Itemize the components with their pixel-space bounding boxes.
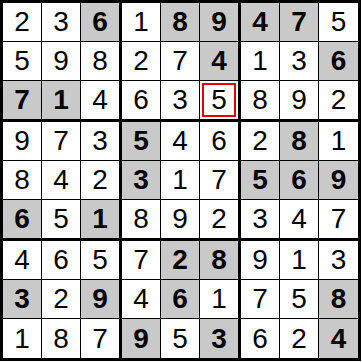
cell-r3c4[interactable]: 6 (122, 81, 161, 122)
cell-r7c6[interactable]: 8 (200, 241, 241, 280)
cell-r2c2[interactable]: 9 (42, 42, 81, 81)
cell-r7c5[interactable]: 2 (161, 241, 200, 280)
cell-r9c6[interactable]: 3 (200, 319, 241, 358)
cell-r8c6[interactable]: 1 (200, 280, 241, 319)
cell-r7c8[interactable]: 1 (280, 241, 319, 280)
cell-r4c2[interactable]: 7 (42, 122, 81, 161)
cell-r6c4[interactable]: 8 (122, 200, 161, 241)
cell-r2c5[interactable]: 7 (161, 42, 200, 81)
cell-r9c4[interactable]: 9 (122, 319, 161, 358)
cell-r7c3[interactable]: 5 (81, 241, 122, 280)
cell-r4c3[interactable]: 3 (81, 122, 122, 161)
cell-r7c4[interactable]: 7 (122, 241, 161, 280)
cell-r5c7[interactable]: 5 (241, 161, 280, 200)
cell-r7c7[interactable]: 9 (241, 241, 280, 280)
cell-r9c2[interactable]: 8 (42, 319, 81, 358)
cell-r6c2[interactable]: 5 (42, 200, 81, 241)
cell-r6c7[interactable]: 3 (241, 200, 280, 241)
cell-r9c5[interactable]: 5 (161, 319, 200, 358)
cell-r5c1[interactable]: 8 (3, 161, 42, 200)
cell-r1c6[interactable]: 9 (200, 3, 241, 42)
cell-r5c2[interactable]: 4 (42, 161, 81, 200)
cell-r8c9[interactable]: 8 (319, 280, 358, 319)
cell-r1c4[interactable]: 1 (122, 3, 161, 42)
cell-r6c9[interactable]: 7 (319, 200, 358, 241)
cell-r9c1[interactable]: 1 (3, 319, 42, 358)
cell-r3c5[interactable]: 3 (161, 81, 200, 122)
cell-r5c6[interactable]: 7 (200, 161, 241, 200)
cell-r6c1[interactable]: 6 (3, 200, 42, 241)
cell-r3c1[interactable]: 7 (3, 81, 42, 122)
cell-r3c2[interactable]: 1 (42, 81, 81, 122)
cell-r3c7[interactable]: 8 (241, 81, 280, 122)
cell-r1c2[interactable]: 3 (42, 3, 81, 42)
cell-r3c9[interactable]: 2 (319, 81, 358, 122)
cell-r4c4[interactable]: 5 (122, 122, 161, 161)
cell-r7c2[interactable]: 6 (42, 241, 81, 280)
cell-r4c9[interactable]: 1 (319, 122, 358, 161)
cell-r6c6[interactable]: 2 (200, 200, 241, 241)
cell-r2c1[interactable]: 5 (3, 42, 42, 81)
cell-r4c7[interactable]: 2 (241, 122, 280, 161)
cell-r4c8[interactable]: 8 (280, 122, 319, 161)
cell-r1c7[interactable]: 4 (241, 3, 280, 42)
cell-r2c9[interactable]: 6 (319, 42, 358, 81)
sudoku-board: 2361894755982741367146358929735462818423… (0, 0, 361, 361)
cell-r1c1[interactable]: 2 (3, 3, 42, 42)
cell-r2c6[interactable]: 4 (200, 42, 241, 81)
cell-r9c3[interactable]: 7 (81, 319, 122, 358)
cell-r3c6[interactable]: 5 (200, 81, 241, 122)
cell-r4c5[interactable]: 4 (161, 122, 200, 161)
cell-r5c9[interactable]: 9 (319, 161, 358, 200)
cell-r1c8[interactable]: 7 (280, 3, 319, 42)
cell-r2c3[interactable]: 8 (81, 42, 122, 81)
cell-r2c7[interactable]: 1 (241, 42, 280, 81)
cell-r4c6[interactable]: 6 (200, 122, 241, 161)
cell-r7c9[interactable]: 3 (319, 241, 358, 280)
cell-r4c1[interactable]: 9 (3, 122, 42, 161)
cell-r6c8[interactable]: 4 (280, 200, 319, 241)
cell-r9c9[interactable]: 4 (319, 319, 358, 358)
cell-r6c5[interactable]: 9 (161, 200, 200, 241)
cell-r9c8[interactable]: 2 (280, 319, 319, 358)
cell-r8c5[interactable]: 6 (161, 280, 200, 319)
cell-r1c9[interactable]: 5 (319, 3, 358, 42)
cell-r8c4[interactable]: 4 (122, 280, 161, 319)
cell-r5c5[interactable]: 1 (161, 161, 200, 200)
cell-r1c3[interactable]: 6 (81, 3, 122, 42)
cell-r2c4[interactable]: 2 (122, 42, 161, 81)
cell-r5c8[interactable]: 6 (280, 161, 319, 200)
cell-r2c8[interactable]: 3 (280, 42, 319, 81)
cell-r8c7[interactable]: 7 (241, 280, 280, 319)
cell-r6c3[interactable]: 1 (81, 200, 122, 241)
cell-r8c2[interactable]: 2 (42, 280, 81, 319)
cell-r3c8[interactable]: 9 (280, 81, 319, 122)
cell-r5c4[interactable]: 3 (122, 161, 161, 200)
cell-r1c5[interactable]: 8 (161, 3, 200, 42)
cell-r8c8[interactable]: 5 (280, 280, 319, 319)
cell-r8c3[interactable]: 9 (81, 280, 122, 319)
cell-r9c7[interactable]: 6 (241, 319, 280, 358)
cell-r8c1[interactable]: 3 (3, 280, 42, 319)
cell-r7c1[interactable]: 4 (3, 241, 42, 280)
cell-r3c3[interactable]: 4 (81, 81, 122, 122)
cell-r5c3[interactable]: 2 (81, 161, 122, 200)
